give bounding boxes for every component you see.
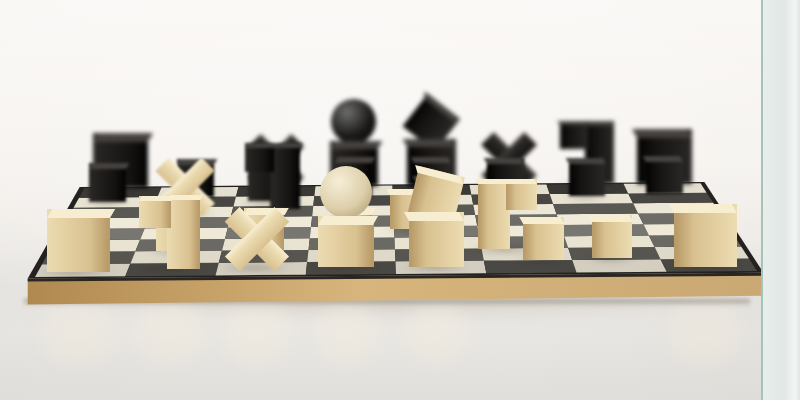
black-pawn[interactable] <box>569 158 606 197</box>
white-rook[interactable] <box>674 204 737 267</box>
white-king[interactable] <box>409 171 464 267</box>
black-knight[interactable] <box>245 143 300 209</box>
white-pawn[interactable] <box>592 215 633 258</box>
black-pawn[interactable] <box>90 163 127 202</box>
black-pawn[interactable] <box>646 156 683 195</box>
photo-edge-strip <box>762 0 800 400</box>
white-rook[interactable] <box>47 209 110 272</box>
white-pawn[interactable] <box>523 217 564 260</box>
pieces-layer <box>0 0 800 400</box>
white-knight[interactable] <box>139 196 200 269</box>
white-bishop[interactable] <box>227 211 286 268</box>
studio-photo-scene <box>0 0 800 400</box>
white-queen[interactable] <box>318 166 373 267</box>
photo-edge-line <box>761 0 763 400</box>
